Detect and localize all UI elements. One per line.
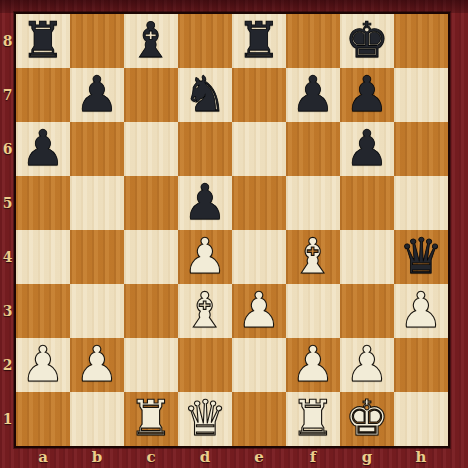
square-h8[interactable] (394, 14, 448, 68)
black-king-g8[interactable]: ♚ (340, 14, 394, 68)
white-pawn-g2[interactable]: ♟ (340, 338, 394, 392)
square-c6[interactable] (124, 122, 178, 176)
rank-label-3: 3 (0, 284, 15, 338)
square-c7[interactable] (124, 68, 178, 122)
square-b7[interactable]: ♟ (70, 68, 124, 122)
square-b6[interactable] (70, 122, 124, 176)
square-f4[interactable]: ♝ (286, 230, 340, 284)
square-c5[interactable] (124, 176, 178, 230)
white-pawn-b2[interactable]: ♟ (70, 338, 124, 392)
square-h1[interactable] (394, 392, 448, 446)
square-c8[interactable]: ♝ (124, 14, 178, 68)
square-f8[interactable] (286, 14, 340, 68)
white-bishop-f4[interactable]: ♝ (286, 230, 340, 284)
rank-label-4: 4 (0, 230, 15, 284)
square-g8[interactable]: ♚ (340, 14, 394, 68)
square-a3[interactable] (16, 284, 70, 338)
square-g7[interactable]: ♟ (340, 68, 394, 122)
white-bishop-d3[interactable]: ♝ (178, 284, 232, 338)
square-h7[interactable] (394, 68, 448, 122)
white-rook-f1[interactable]: ♜ (286, 392, 340, 446)
square-g6[interactable]: ♟ (340, 122, 394, 176)
square-f1[interactable]: ♜ (286, 392, 340, 446)
file-label-f: f (286, 447, 340, 468)
rank-label-2: 2 (0, 338, 15, 392)
rank-label-8: 8 (0, 14, 15, 68)
square-c3[interactable] (124, 284, 178, 338)
square-g1[interactable]: ♚ (340, 392, 394, 446)
file-label-a: a (16, 447, 70, 468)
square-f6[interactable] (286, 122, 340, 176)
square-f5[interactable] (286, 176, 340, 230)
file-label-b: b (70, 447, 124, 468)
square-d6[interactable] (178, 122, 232, 176)
file-label-h: h (394, 447, 448, 468)
file-label-e: e (232, 447, 286, 468)
white-king-g1[interactable]: ♚ (340, 392, 394, 446)
white-pawn-f2[interactable]: ♟ (286, 338, 340, 392)
rank-label-5: 5 (0, 176, 15, 230)
square-c2[interactable] (124, 338, 178, 392)
black-pawn-f7[interactable]: ♟ (286, 68, 340, 122)
square-h6[interactable] (394, 122, 448, 176)
white-pawn-h3[interactable]: ♟ (394, 284, 448, 338)
square-e7[interactable] (232, 68, 286, 122)
black-pawn-a6[interactable]: ♟ (16, 122, 70, 176)
square-b5[interactable] (70, 176, 124, 230)
rank-label-1: 1 (0, 392, 15, 446)
square-a2[interactable]: ♟ (16, 338, 70, 392)
square-h2[interactable] (394, 338, 448, 392)
square-c4[interactable] (124, 230, 178, 284)
square-e2[interactable] (232, 338, 286, 392)
square-d8[interactable] (178, 14, 232, 68)
square-d7[interactable]: ♞ (178, 68, 232, 122)
board[interactable]: ♜♝♜♚♟♞♟♟♟♟♟♟♝♛♝♟♟♟♟♟♟♜♛♜♚ (14, 12, 450, 448)
square-e1[interactable] (232, 392, 286, 446)
black-pawn-g7[interactable]: ♟ (340, 68, 394, 122)
white-pawn-e3[interactable]: ♟ (232, 284, 286, 338)
square-d3[interactable]: ♝ (178, 284, 232, 338)
black-rook-a8[interactable]: ♜ (16, 14, 70, 68)
square-h5[interactable] (394, 176, 448, 230)
rank-labels: 87654321 (0, 12, 15, 448)
white-pawn-d4[interactable]: ♟ (178, 230, 232, 284)
white-queen-d1[interactable]: ♛ (178, 392, 232, 446)
square-a1[interactable] (16, 392, 70, 446)
square-g4[interactable] (340, 230, 394, 284)
square-e3[interactable]: ♟ (232, 284, 286, 338)
square-e5[interactable] (232, 176, 286, 230)
square-g5[interactable] (340, 176, 394, 230)
square-d2[interactable] (178, 338, 232, 392)
square-h4[interactable]: ♛ (394, 230, 448, 284)
square-a8[interactable]: ♜ (16, 14, 70, 68)
square-f3[interactable] (286, 284, 340, 338)
square-b1[interactable] (70, 392, 124, 446)
square-a7[interactable] (16, 68, 70, 122)
black-queen-h4[interactable]: ♛ (394, 230, 448, 284)
square-b8[interactable] (70, 14, 124, 68)
file-label-g: g (340, 447, 394, 468)
square-g3[interactable] (340, 284, 394, 338)
file-label-c: c (124, 447, 178, 468)
square-b3[interactable] (70, 284, 124, 338)
rank-label-7: 7 (0, 68, 15, 122)
file-label-d: d (178, 447, 232, 468)
file-labels: abcdefgh (14, 447, 450, 468)
square-c1[interactable]: ♜ (124, 392, 178, 446)
square-e6[interactable] (232, 122, 286, 176)
square-a5[interactable] (16, 176, 70, 230)
square-d4[interactable]: ♟ (178, 230, 232, 284)
square-g2[interactable]: ♟ (340, 338, 394, 392)
black-bishop-c8[interactable]: ♝ (124, 14, 178, 68)
black-pawn-b7[interactable]: ♟ (70, 68, 124, 122)
square-b4[interactable] (70, 230, 124, 284)
square-e8[interactable]: ♜ (232, 14, 286, 68)
white-rook-c1[interactable]: ♜ (124, 392, 178, 446)
board-frame: 87654321 ♜♝♜♚♟♞♟♟♟♟♟♟♝♛♝♟♟♟♟♟♟♜♛♜♚ abcde… (0, 0, 468, 468)
black-rook-e8[interactable]: ♜ (232, 14, 286, 68)
black-knight-d7[interactable]: ♞ (178, 68, 232, 122)
black-pawn-g6[interactable]: ♟ (340, 122, 394, 176)
square-f2[interactable]: ♟ (286, 338, 340, 392)
square-d5[interactable]: ♟ (178, 176, 232, 230)
rank-label-6: 6 (0, 122, 15, 176)
square-b2[interactable]: ♟ (70, 338, 124, 392)
square-e4[interactable] (232, 230, 286, 284)
square-a6[interactable]: ♟ (16, 122, 70, 176)
square-a4[interactable] (16, 230, 70, 284)
square-h3[interactable]: ♟ (394, 284, 448, 338)
black-pawn-d5[interactable]: ♟ (178, 176, 232, 230)
square-f7[interactable]: ♟ (286, 68, 340, 122)
white-pawn-a2[interactable]: ♟ (16, 338, 70, 392)
square-d1[interactable]: ♛ (178, 392, 232, 446)
